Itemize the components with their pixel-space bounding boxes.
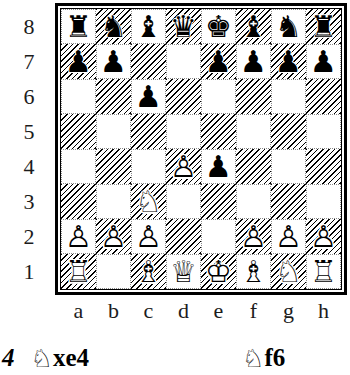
square-h6 xyxy=(306,79,341,114)
square-h2: ♟♙ xyxy=(306,219,341,254)
square-b3 xyxy=(96,184,131,219)
piece-white-king-e1: ♔ xyxy=(201,254,236,289)
square-c2: ♟♙ xyxy=(131,219,166,254)
file-label-b: b xyxy=(96,298,131,324)
piece-black-bishop-f8: ♝ xyxy=(236,9,271,44)
white-knight-figurine-icon: ♘ xyxy=(31,344,53,373)
piece-black-rook-h8: ♜ xyxy=(306,9,341,44)
square-b8: ♞ xyxy=(96,9,131,44)
square-c8: ♝ xyxy=(131,9,166,44)
square-h8: ♜ xyxy=(306,9,341,44)
square-h7: ♟ xyxy=(306,44,341,79)
square-g3 xyxy=(271,184,306,219)
black-knight-figurine-icon: ♘ xyxy=(242,344,264,373)
square-g4 xyxy=(271,149,306,184)
chess-board: ♜♞♝♛♚♝♞♜♟♟♟♟♟♟♟♟♙♟♞♘♟♙♟♙♟♙♟♙♟♙♟♙♜♖♝♗♛♕♚♔… xyxy=(60,8,342,290)
file-label-c: c xyxy=(131,298,166,324)
move-number: 4 xyxy=(2,344,15,372)
rank-label-5: 5 xyxy=(12,114,46,149)
square-b5 xyxy=(96,114,131,149)
chess-board-frame: ♜♞♝♛♚♝♞♜♟♟♟♟♟♟♟♟♙♟♞♘♟♙♟♙♟♙♟♙♟♙♟♙♜♖♝♗♛♕♚♔… xyxy=(55,3,347,295)
square-c6: ♟ xyxy=(131,79,166,114)
square-g5 xyxy=(271,114,306,149)
square-a2: ♟♙ xyxy=(61,219,96,254)
file-label-h: h xyxy=(306,298,341,324)
rank-label-3: 3 xyxy=(12,184,46,219)
square-d7 xyxy=(166,44,201,79)
square-d3 xyxy=(166,184,201,219)
square-e3 xyxy=(201,184,236,219)
piece-white-bishop-f1: ♗ xyxy=(237,255,270,288)
piece-white-pawn-g2: ♙ xyxy=(272,220,305,253)
rank-labels: 87654321 xyxy=(12,9,46,289)
piece-black-bishop-c8: ♝ xyxy=(132,10,165,43)
square-h5 xyxy=(306,114,341,149)
piece-black-pawn-a7: ♟ xyxy=(61,44,96,79)
file-label-e: e xyxy=(201,298,236,324)
square-d8: ♛ xyxy=(166,9,201,44)
piece-white-pawn-b2: ♙ xyxy=(96,219,131,254)
square-a8: ♜ xyxy=(61,9,96,44)
piece-white-pawn-d4: ♙ xyxy=(166,149,201,184)
piece-black-pawn-e4: ♟ xyxy=(202,150,235,183)
square-e6 xyxy=(201,79,236,114)
black-move-text: f6 xyxy=(264,344,285,372)
piece-black-pawn-h7: ♟ xyxy=(307,45,340,78)
square-e1: ♚♔ xyxy=(201,254,236,289)
square-a7: ♟ xyxy=(61,44,96,79)
square-d1: ♛♕ xyxy=(166,254,201,289)
square-a1: ♜♖ xyxy=(61,254,96,289)
square-f8: ♝ xyxy=(236,9,271,44)
square-e8: ♚ xyxy=(201,9,236,44)
square-c3: ♞♘ xyxy=(131,184,166,219)
piece-black-pawn-f7: ♟ xyxy=(237,45,270,78)
piece-black-pawn-g7: ♟ xyxy=(271,44,306,79)
piece-black-king-e8: ♚ xyxy=(202,10,235,43)
piece-white-bishop-c1: ♗ xyxy=(131,254,166,289)
piece-white-rook-h1: ♖ xyxy=(307,255,340,288)
file-label-g: g xyxy=(271,298,306,324)
piece-white-queen-d1: ♕ xyxy=(167,255,200,288)
file-label-a: a xyxy=(61,298,96,324)
square-f1: ♝♗ xyxy=(236,254,271,289)
square-b6 xyxy=(96,79,131,114)
square-g8: ♞ xyxy=(271,9,306,44)
move-caption-black: ♘ f6 xyxy=(242,343,285,372)
piece-white-knight-g1: ♘ xyxy=(271,254,306,289)
rank-label-8: 8 xyxy=(12,9,46,44)
square-c1: ♝♗ xyxy=(131,254,166,289)
square-d6 xyxy=(166,79,201,114)
rank-label-7: 7 xyxy=(12,44,46,79)
square-d5 xyxy=(166,114,201,149)
square-a6 xyxy=(61,79,96,114)
piece-black-rook-a8: ♜ xyxy=(62,10,95,43)
square-f4 xyxy=(236,149,271,184)
rank-label-4: 4 xyxy=(12,149,46,184)
rank-label-1: 1 xyxy=(12,254,46,289)
square-g2: ♟♙ xyxy=(271,219,306,254)
square-c4 xyxy=(131,149,166,184)
piece-white-pawn-c2: ♙ xyxy=(132,220,165,253)
square-b7: ♟ xyxy=(96,44,131,79)
square-a5 xyxy=(61,114,96,149)
square-e4: ♟ xyxy=(201,149,236,184)
file-label-d: d xyxy=(166,298,201,324)
square-a3 xyxy=(61,184,96,219)
square-h3 xyxy=(306,184,341,219)
piece-black-pawn-e7: ♟ xyxy=(201,44,236,79)
square-e5 xyxy=(201,114,236,149)
white-move-text: xe4 xyxy=(53,344,89,372)
square-g6 xyxy=(271,79,306,114)
square-b1 xyxy=(96,254,131,289)
square-f5 xyxy=(236,114,271,149)
square-c7 xyxy=(131,44,166,79)
square-b4 xyxy=(96,149,131,184)
square-a4 xyxy=(61,149,96,184)
file-labels: abcdefgh xyxy=(61,298,341,324)
piece-white-pawn-a2: ♙ xyxy=(62,220,95,253)
square-h4 xyxy=(306,149,341,184)
piece-black-pawn-b7: ♟ xyxy=(97,45,130,78)
square-f6 xyxy=(236,79,271,114)
piece-white-rook-a1: ♖ xyxy=(61,254,96,289)
square-f3 xyxy=(236,184,271,219)
piece-white-pawn-h2: ♙ xyxy=(306,219,341,254)
square-c5 xyxy=(131,114,166,149)
rank-label-2: 2 xyxy=(12,219,46,254)
square-d2 xyxy=(166,219,201,254)
file-label-f: f xyxy=(236,298,271,324)
rank-label-6: 6 xyxy=(12,79,46,114)
move-caption-white: 4 ♘ xe4 xyxy=(2,343,89,372)
square-g1: ♞♘ xyxy=(271,254,306,289)
piece-black-knight-g8: ♞ xyxy=(272,10,305,43)
square-e7: ♟ xyxy=(201,44,236,79)
piece-black-pawn-c6: ♟ xyxy=(132,80,165,113)
square-g7: ♟ xyxy=(271,44,306,79)
square-b2: ♟♙ xyxy=(96,219,131,254)
piece-black-knight-b8: ♞ xyxy=(96,9,131,44)
square-e2 xyxy=(201,219,236,254)
square-f2: ♟♙ xyxy=(236,219,271,254)
square-d4: ♟♙ xyxy=(166,149,201,184)
piece-white-pawn-f2: ♙ xyxy=(236,219,271,254)
square-h1: ♜♖ xyxy=(306,254,341,289)
piece-black-queen-d8: ♛ xyxy=(166,9,201,44)
piece-white-knight-c3: ♘ xyxy=(131,184,166,219)
square-f7: ♟ xyxy=(236,44,271,79)
